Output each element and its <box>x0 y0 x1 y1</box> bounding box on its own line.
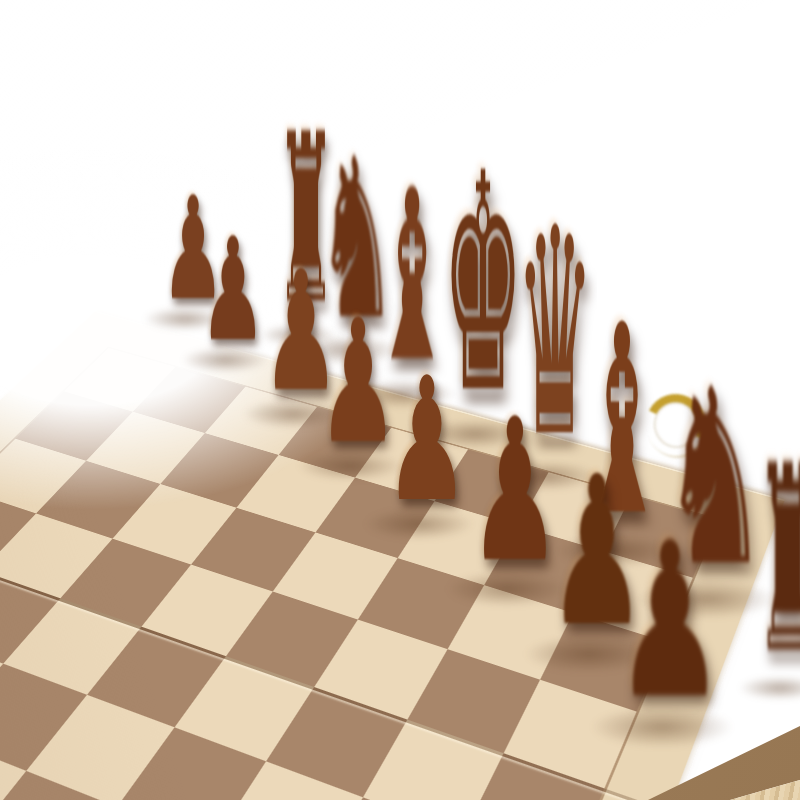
chessboard <box>0 312 784 800</box>
board-vignette <box>0 312 784 800</box>
chess-set-product-photo: ♜♞♝♚♛♝♞♜♟♟♟♟♟♟♟♟ <box>0 0 800 800</box>
